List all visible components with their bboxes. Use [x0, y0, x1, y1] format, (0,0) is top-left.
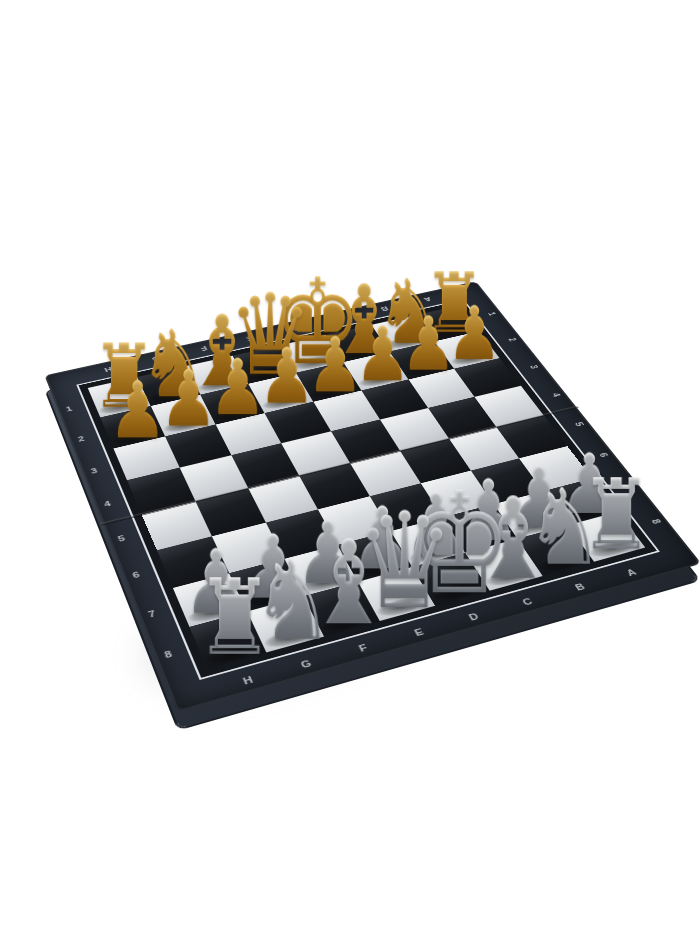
- gold-pawn-h2[interactable]: ♟: [108, 371, 167, 450]
- silver-rook-h8[interactable]: ♜: [195, 566, 274, 671]
- square-h8[interactable]: ♜: [190, 612, 267, 669]
- playing-area: ♜♞♝♛♚♝♞♜♟♟♟♟♟♟♟♟♟♟♟♟♟♟♟♟♜♞♝♛♚♝♞♜: [79, 300, 657, 678]
- scene: HGFEDCBA HGFEDCBA 12345678 12345678 ♜♞♝♛…: [0, 0, 700, 933]
- gold-pawn-g2[interactable]: ♟: [159, 360, 218, 438]
- product-photo: HGFEDCBA HGFEDCBA 12345678 12345678 ♜♞♝♛…: [0, 0, 700, 933]
- chess-board: HGFEDCBA HGFEDCBA 12345678 12345678 ♜♞♝♛…: [44, 281, 700, 712]
- square-h2[interactable]: ♟: [100, 406, 164, 448]
